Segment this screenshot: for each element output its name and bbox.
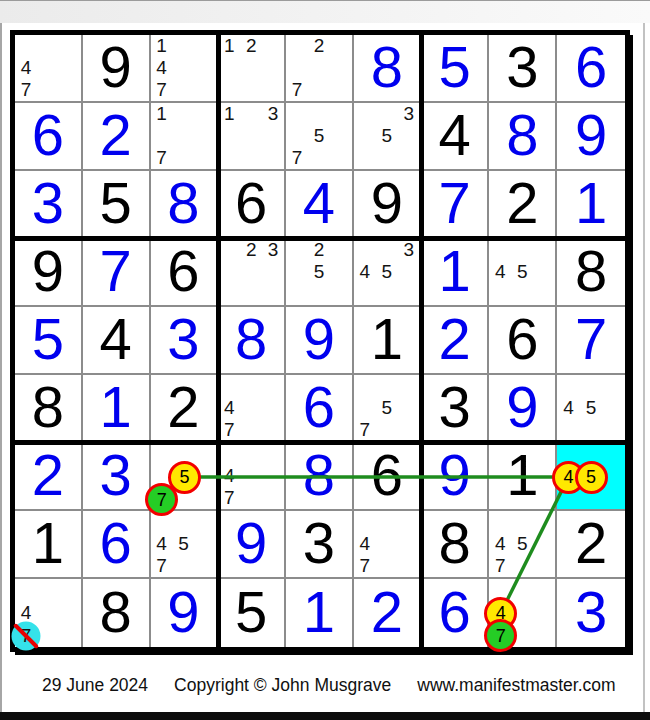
chain-circle-r7c3-7: 7 — [145, 483, 178, 516]
window-top-bar — [0, 0, 650, 23]
footer-website: www.manifestmaster.com — [417, 675, 615, 695]
chain-circle-r7c9-5: 5 — [575, 461, 608, 494]
footer-date: 29 June 2024 — [42, 675, 148, 695]
chain-marks-layer: 574547 — [15, 35, 625, 647]
chain-circle-r9c8-7: 7 — [484, 619, 517, 652]
footer: 29 June 2024Copyright © John Musgravewww… — [42, 675, 642, 696]
right-edge-line — [643, 23, 645, 712]
page: 4791471227853662171357354893586497219762… — [0, 0, 650, 720]
bottom-bar — [0, 712, 650, 720]
sudoku-board: 4791471227853662171357354893586497219762… — [10, 30, 630, 652]
left-edge-line — [0, 23, 2, 712]
footer-copyright: Copyright © John Musgrave — [174, 675, 391, 695]
